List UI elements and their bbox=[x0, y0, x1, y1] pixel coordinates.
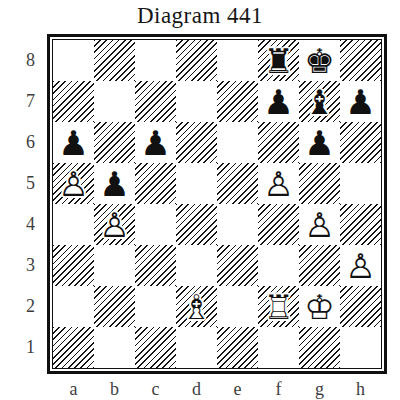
white-bishop-d2: ♝♗ bbox=[176, 286, 217, 327]
square-d3 bbox=[176, 245, 217, 286]
square-b1 bbox=[94, 327, 135, 368]
square-h5 bbox=[340, 163, 381, 204]
file-label-d: d bbox=[176, 379, 217, 400]
rank-label-6: 6 bbox=[14, 122, 47, 163]
square-c7 bbox=[135, 81, 176, 122]
square-h4 bbox=[340, 204, 381, 245]
piece-glyph: ♜ bbox=[258, 40, 299, 81]
white-pawn-a5: ♟♙ bbox=[53, 163, 94, 204]
square-h8 bbox=[340, 40, 381, 81]
square-h2 bbox=[340, 286, 381, 327]
file-label-h: h bbox=[340, 379, 381, 400]
piece-glyph: ♟ bbox=[258, 81, 299, 122]
square-a7 bbox=[53, 81, 94, 122]
piece-glyph: ♙ bbox=[299, 204, 340, 245]
rank-label-2: 2 bbox=[14, 286, 47, 327]
piece-glyph: ♟ bbox=[135, 122, 176, 163]
square-b6 bbox=[94, 122, 135, 163]
piece-glyph: ♟ bbox=[53, 122, 94, 163]
piece-glyph: ♙ bbox=[340, 245, 381, 286]
rank-label-7: 7 bbox=[14, 81, 47, 122]
square-d8 bbox=[176, 40, 217, 81]
file-label-e: e bbox=[217, 379, 258, 400]
piece-glyph: ♖ bbox=[258, 286, 299, 327]
square-a1 bbox=[53, 327, 94, 368]
square-f5: ♟♙ bbox=[258, 163, 299, 204]
square-a8 bbox=[53, 40, 94, 81]
board-area: 87654321 ♜♜♚♚♟♟♝♝♟♟♟♟♟♟♟♟♟♙♟♟♟♙♟♙♟♙♟♙♝♗♜… bbox=[14, 34, 400, 374]
square-f4 bbox=[258, 204, 299, 245]
black-pawn-g6: ♟♟ bbox=[299, 122, 340, 163]
square-c8 bbox=[135, 40, 176, 81]
square-d1 bbox=[176, 327, 217, 368]
square-b5: ♟♟ bbox=[94, 163, 135, 204]
square-g1 bbox=[299, 327, 340, 368]
square-b2 bbox=[94, 286, 135, 327]
rank-label-5: 5 bbox=[14, 163, 47, 204]
square-c6: ♟♟ bbox=[135, 122, 176, 163]
square-a2 bbox=[53, 286, 94, 327]
square-f3 bbox=[258, 245, 299, 286]
white-king-g2: ♚♔ bbox=[299, 286, 340, 327]
file-label-c: c bbox=[135, 379, 176, 400]
board-frame: ♜♜♚♚♟♟♝♝♟♟♟♟♟♟♟♟♟♙♟♟♟♙♟♙♟♙♟♙♝♗♜♖♚♔ bbox=[47, 34, 387, 374]
square-d2: ♝♗ bbox=[176, 286, 217, 327]
square-e5 bbox=[217, 163, 258, 204]
white-pawn-g4: ♟♙ bbox=[299, 204, 340, 245]
square-c1 bbox=[135, 327, 176, 368]
square-h6 bbox=[340, 122, 381, 163]
white-rook-f2: ♜♖ bbox=[258, 286, 299, 327]
square-e3 bbox=[217, 245, 258, 286]
rank-labels: 87654321 bbox=[14, 34, 47, 374]
square-f7: ♟♟ bbox=[258, 81, 299, 122]
white-pawn-f5: ♟♙ bbox=[258, 163, 299, 204]
file-labels: abcdefgh bbox=[53, 379, 400, 400]
square-a6: ♟♟ bbox=[53, 122, 94, 163]
square-b4: ♟♙ bbox=[94, 204, 135, 245]
square-c4 bbox=[135, 204, 176, 245]
black-king-g8: ♚♚ bbox=[299, 40, 340, 81]
white-pawn-b4: ♟♙ bbox=[94, 204, 135, 245]
square-f8: ♜♜ bbox=[258, 40, 299, 81]
file-label-f: f bbox=[258, 379, 299, 400]
square-a4 bbox=[53, 204, 94, 245]
square-h1 bbox=[340, 327, 381, 368]
square-c5 bbox=[135, 163, 176, 204]
square-f6 bbox=[258, 122, 299, 163]
black-pawn-c6: ♟♟ bbox=[135, 122, 176, 163]
square-g7: ♝♝ bbox=[299, 81, 340, 122]
black-pawn-b5: ♟♟ bbox=[94, 163, 135, 204]
piece-glyph: ♙ bbox=[258, 163, 299, 204]
rank-label-1: 1 bbox=[14, 327, 47, 368]
black-pawn-a6: ♟♟ bbox=[53, 122, 94, 163]
square-e6 bbox=[217, 122, 258, 163]
square-f1 bbox=[258, 327, 299, 368]
square-b3 bbox=[94, 245, 135, 286]
piece-glyph: ♚ bbox=[299, 40, 340, 81]
square-g3 bbox=[299, 245, 340, 286]
square-e2 bbox=[217, 286, 258, 327]
square-d6 bbox=[176, 122, 217, 163]
square-c2 bbox=[135, 286, 176, 327]
black-pawn-h7: ♟♟ bbox=[340, 81, 381, 122]
square-a5: ♟♙ bbox=[53, 163, 94, 204]
square-g8: ♚♚ bbox=[299, 40, 340, 81]
file-label-b: b bbox=[94, 379, 135, 400]
square-a3 bbox=[53, 245, 94, 286]
chess-diagram-page: Diagram 441 87654321 ♜♜♚♚♟♟♝♝♟♟♟♟♟♟♟♟♟♙♟… bbox=[0, 0, 400, 400]
square-b8 bbox=[94, 40, 135, 81]
square-d4 bbox=[176, 204, 217, 245]
square-c3 bbox=[135, 245, 176, 286]
square-h3: ♟♙ bbox=[340, 245, 381, 286]
square-f2: ♜♖ bbox=[258, 286, 299, 327]
piece-glyph: ♔ bbox=[299, 286, 340, 327]
rank-label-4: 4 bbox=[14, 204, 47, 245]
black-rook-f8: ♜♜ bbox=[258, 40, 299, 81]
black-pawn-f7: ♟♟ bbox=[258, 81, 299, 122]
rank-label-3: 3 bbox=[14, 245, 47, 286]
square-g2: ♚♔ bbox=[299, 286, 340, 327]
square-g6: ♟♟ bbox=[299, 122, 340, 163]
square-e8 bbox=[217, 40, 258, 81]
piece-glyph: ♟ bbox=[94, 163, 135, 204]
square-g5 bbox=[299, 163, 340, 204]
piece-glyph: ♝ bbox=[299, 81, 340, 122]
piece-glyph: ♙ bbox=[53, 163, 94, 204]
square-d7 bbox=[176, 81, 217, 122]
piece-glyph: ♗ bbox=[176, 286, 217, 327]
chess-board: ♜♜♚♚♟♟♝♝♟♟♟♟♟♟♟♟♟♙♟♟♟♙♟♙♟♙♟♙♝♗♜♖♚♔ bbox=[52, 39, 382, 369]
square-h7: ♟♟ bbox=[340, 81, 381, 122]
piece-glyph: ♙ bbox=[94, 204, 135, 245]
black-bishop-g7: ♝♝ bbox=[299, 81, 340, 122]
square-d5 bbox=[176, 163, 217, 204]
piece-glyph: ♟ bbox=[340, 81, 381, 122]
file-label-g: g bbox=[299, 379, 340, 400]
piece-glyph: ♟ bbox=[299, 122, 340, 163]
square-e1 bbox=[217, 327, 258, 368]
square-g4: ♟♙ bbox=[299, 204, 340, 245]
file-label-a: a bbox=[53, 379, 94, 400]
square-b7 bbox=[94, 81, 135, 122]
rank-label-8: 8 bbox=[14, 40, 47, 81]
diagram-title: Diagram 441 bbox=[0, 0, 400, 33]
square-e4 bbox=[217, 204, 258, 245]
white-pawn-h3: ♟♙ bbox=[340, 245, 381, 286]
square-e7 bbox=[217, 81, 258, 122]
